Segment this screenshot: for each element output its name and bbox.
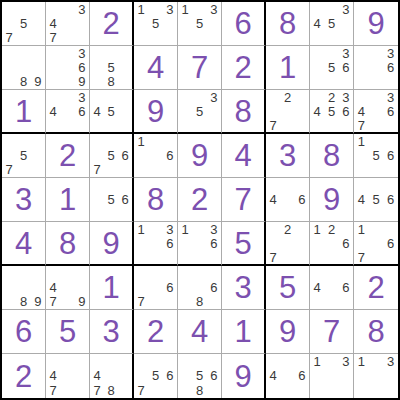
cell-r9c8[interactable]: 13 <box>310 354 354 398</box>
cell-r1c2[interactable]: 347 <box>46 2 90 46</box>
pencil-marks: 3467 <box>354 90 398 132</box>
pencil-mark-3: 3 <box>75 90 89 104</box>
pencil-mark-3 <box>118 354 132 369</box>
pencil-mark-1 <box>46 354 60 369</box>
pencil-mark-2 <box>369 90 384 104</box>
cell-r2c1[interactable]: 89 <box>2 46 46 90</box>
pencil-mark-9: 9 <box>31 295 45 309</box>
solved-digit: 9 <box>234 361 251 392</box>
pencil-mark-8 <box>104 163 118 177</box>
cell-r7c9[interactable]: 2 <box>354 266 398 310</box>
pencil-mark-7 <box>90 75 104 89</box>
solved-digit: 2 <box>367 272 384 303</box>
pencil-mark-6 <box>75 280 89 294</box>
cell-r6c9[interactable]: 167 <box>354 222 398 266</box>
solved-digit: 2 <box>147 316 164 347</box>
pencil-marks: 57 <box>2 2 45 45</box>
pencil-mark-8 <box>148 250 162 264</box>
solved-digit: 9 <box>279 316 296 347</box>
pencil-mark-2: 2 <box>280 222 294 236</box>
solved-digit: 9 <box>323 184 340 215</box>
cell-r4c8[interactable]: 8 <box>310 134 354 178</box>
cell-r6c3[interactable]: 9 <box>90 222 134 266</box>
cell-r2c9[interactable]: 36 <box>354 46 398 90</box>
pencil-mark-2 <box>324 354 338 369</box>
cell-r8c7[interactable]: 9 <box>266 310 310 354</box>
pencil-mark-9 <box>163 383 177 398</box>
pencil-mark-8 <box>280 383 294 398</box>
pencil-mark-7 <box>46 75 60 89</box>
cell-r3c1[interactable]: 1 <box>2 90 46 134</box>
cell-r6c5[interactable]: 136 <box>178 222 222 266</box>
solved-digit: 6 <box>15 316 32 347</box>
cell-r5c2[interactable]: 1 <box>46 178 90 222</box>
pencil-mark-8 <box>324 383 338 398</box>
cell-r3c9[interactable]: 3467 <box>354 90 398 134</box>
pencil-mark-1 <box>266 354 280 369</box>
pencil-mark-4: 4 <box>46 16 60 30</box>
pencil-mark-8 <box>104 207 118 221</box>
cell-r7c6[interactable]: 3 <box>222 266 266 310</box>
pencil-mark-5 <box>369 60 384 74</box>
cell-r2c4[interactable]: 4 <box>134 46 178 90</box>
pencil-mark-3: 3 <box>339 2 353 16</box>
pencil-marks: 167 <box>354 222 398 264</box>
cell-r5c1[interactable]: 3 <box>2 178 46 222</box>
solved-digit: 1 <box>59 184 76 215</box>
pencil-mark-6 <box>207 104 221 118</box>
cell-r9c3[interactable]: 478 <box>90 354 134 398</box>
solved-digit: 6 <box>234 8 251 39</box>
pencil-marks: 47 <box>46 354 89 398</box>
pencil-mark-4 <box>46 60 60 74</box>
pencil-mark-6 <box>339 16 353 30</box>
pencil-mark-2 <box>60 46 74 60</box>
pencil-marks: 46 <box>310 266 353 309</box>
pencil-mark-9 <box>339 295 353 309</box>
pencil-mark-7 <box>178 31 192 45</box>
pencil-mark-8 <box>324 295 338 309</box>
cell-r3c2[interactable]: 346 <box>46 90 90 134</box>
cell-r4c9[interactable]: 156 <box>354 134 398 178</box>
pencil-mark-7: 7 <box>90 383 104 398</box>
pencil-mark-9 <box>295 250 309 264</box>
pencil-mark-9 <box>383 163 398 177</box>
cell-r7c8[interactable]: 46 <box>310 266 354 310</box>
cell-r4c5[interactable]: 9 <box>178 134 222 178</box>
pencil-mark-5: 5 <box>148 369 162 384</box>
pencil-mark-8 <box>16 163 30 177</box>
pencil-marks: 35 <box>178 90 221 132</box>
pencil-mark-2 <box>104 90 118 104</box>
solved-digit: 2 <box>102 8 119 39</box>
pencil-mark-1 <box>178 354 192 369</box>
cell-r3c3[interactable]: 45 <box>90 90 134 134</box>
cell-r7c2[interactable]: 479 <box>46 266 90 310</box>
cell-r5c4[interactable]: 8 <box>134 178 178 222</box>
cell-r3c5[interactable]: 35 <box>178 90 222 134</box>
pencil-mark-1 <box>354 90 369 104</box>
pencil-mark-6: 6 <box>163 236 177 250</box>
pencil-mark-2 <box>148 2 162 16</box>
pencil-mark-1: 1 <box>354 354 369 369</box>
pencil-mark-9: 9 <box>31 75 45 89</box>
cell-r5c3[interactable]: 56 <box>90 178 134 222</box>
pencil-mark-9 <box>295 118 309 132</box>
pencil-mark-2 <box>60 90 74 104</box>
pencil-mark-2 <box>60 266 74 280</box>
pencil-mark-2 <box>16 46 30 60</box>
pencil-mark-7 <box>178 383 192 398</box>
cell-r6c2[interactable]: 8 <box>46 222 90 266</box>
pencil-mark-3 <box>339 266 353 280</box>
pencil-marks: 456 <box>354 178 398 221</box>
pencil-mark-5: 5 <box>104 192 118 206</box>
pencil-mark-7 <box>178 118 192 132</box>
pencil-marks: 67 <box>134 266 177 309</box>
cell-r4c1[interactable]: 57 <box>2 134 46 178</box>
pencil-mark-9 <box>383 207 398 221</box>
pencil-mark-9 <box>31 163 45 177</box>
pencil-mark-9 <box>118 75 132 89</box>
cell-r1c7[interactable]: 8 <box>266 2 310 46</box>
cell-r7c4[interactable]: 67 <box>134 266 178 310</box>
pencil-mark-5 <box>324 369 338 384</box>
cell-r5c6[interactable]: 7 <box>222 178 266 222</box>
pencil-mark-1 <box>266 222 280 236</box>
pencil-mark-8: 8 <box>104 75 118 89</box>
pencil-mark-9 <box>163 250 177 264</box>
pencil-mark-6 <box>163 16 177 30</box>
solved-digit: 9 <box>191 140 208 171</box>
pencil-mark-2 <box>369 354 384 369</box>
pencil-mark-3 <box>339 222 353 236</box>
pencil-mark-6 <box>31 60 45 74</box>
pencil-mark-9 <box>207 31 221 45</box>
pencil-mark-4 <box>354 369 369 384</box>
pencil-mark-4: 4 <box>266 369 280 384</box>
pencil-mark-7 <box>310 31 324 45</box>
cell-r3c7[interactable]: 27 <box>266 90 310 134</box>
pencil-mark-3 <box>295 354 309 369</box>
cell-r2c8[interactable]: 356 <box>310 46 354 90</box>
pencil-mark-4 <box>266 236 280 250</box>
pencil-mark-1 <box>134 266 148 280</box>
pencil-mark-2 <box>148 134 162 148</box>
pencil-mark-6 <box>383 369 398 384</box>
pencil-mark-6 <box>118 104 132 118</box>
pencil-mark-5: 5 <box>192 104 206 118</box>
pencil-mark-9 <box>207 383 221 398</box>
pencil-mark-7 <box>134 163 148 177</box>
pencil-mark-5: 5 <box>369 148 384 162</box>
pencil-mark-2 <box>369 222 384 236</box>
cell-r1c4[interactable]: 135 <box>134 2 178 46</box>
cell-r2c6[interactable]: 2 <box>222 46 266 90</box>
pencil-marks: 567 <box>90 134 132 177</box>
pencil-marks: 136 <box>178 222 221 264</box>
pencil-mark-7 <box>2 295 16 309</box>
cell-r8c5[interactable]: 4 <box>178 310 222 354</box>
cell-r4c3[interactable]: 567 <box>90 134 134 178</box>
pencil-mark-3: 3 <box>207 90 221 104</box>
cell-r9c2[interactable]: 47 <box>46 354 90 398</box>
pencil-mark-5: 5 <box>16 148 30 162</box>
solved-digit: 4 <box>191 316 208 347</box>
cell-r9c6[interactable]: 9 <box>222 354 266 398</box>
pencil-mark-6: 6 <box>295 192 309 206</box>
pencil-mark-7 <box>310 295 324 309</box>
pencil-mark-1: 1 <box>354 222 369 236</box>
pencil-mark-9 <box>383 250 398 264</box>
pencil-mark-3: 3 <box>339 354 353 369</box>
pencil-mark-3 <box>118 46 132 60</box>
pencil-mark-8 <box>280 250 294 264</box>
pencil-mark-7 <box>354 163 369 177</box>
solved-digit: 7 <box>191 52 208 83</box>
pencil-mark-8 <box>60 295 74 309</box>
pencil-mark-4 <box>310 369 324 384</box>
pencil-mark-2 <box>104 354 118 369</box>
pencil-marks: 68 <box>178 266 221 309</box>
cell-r7c1[interactable]: 89 <box>2 266 46 310</box>
pencil-marks: 126 <box>310 222 353 264</box>
pencil-mark-8 <box>324 118 338 132</box>
sudoku-board: 5734721351356834598936958472135636134645… <box>0 0 400 400</box>
cell-r7c3[interactable]: 1 <box>90 266 134 310</box>
cell-r2c5[interactable]: 7 <box>178 46 222 90</box>
pencil-mark-4: 4 <box>354 192 369 206</box>
pencil-mark-6 <box>207 16 221 30</box>
solved-digit: 5 <box>279 272 296 303</box>
pencil-mark-2 <box>324 266 338 280</box>
pencil-mark-5 <box>280 104 294 118</box>
pencil-mark-7 <box>310 118 324 132</box>
pencil-mark-9 <box>339 75 353 89</box>
pencil-mark-8: 8 <box>192 295 206 309</box>
pencil-mark-3: 3 <box>163 222 177 236</box>
pencil-mark-6: 6 <box>295 369 309 384</box>
cell-r1c1[interactable]: 57 <box>2 2 46 46</box>
pencil-mark-7 <box>90 207 104 221</box>
pencil-mark-9 <box>163 31 177 45</box>
pencil-mark-1: 1 <box>354 134 369 148</box>
cell-r3c8[interactable]: 23456 <box>310 90 354 134</box>
pencil-mark-6 <box>75 16 89 30</box>
cell-r8c8[interactable]: 7 <box>310 310 354 354</box>
pencil-mark-2 <box>104 46 118 60</box>
solved-digit: 3 <box>279 140 296 171</box>
cell-r7c5[interactable]: 68 <box>178 266 222 310</box>
solved-digit: 1 <box>234 316 251 347</box>
pencil-mark-5 <box>148 236 162 250</box>
pencil-mark-4: 4 <box>46 369 60 384</box>
pencil-mark-8 <box>280 207 294 221</box>
cell-r8c4[interactable]: 2 <box>134 310 178 354</box>
pencil-mark-8 <box>148 295 162 309</box>
pencil-mark-4 <box>178 236 192 250</box>
pencil-mark-2 <box>60 354 74 369</box>
pencil-mark-2 <box>324 46 338 60</box>
pencil-mark-4 <box>266 104 280 118</box>
cell-r8c1[interactable]: 6 <box>2 310 46 354</box>
pencil-mark-5 <box>60 280 74 294</box>
pencil-mark-7: 7 <box>46 295 60 309</box>
cell-r5c8[interactable]: 9 <box>310 178 354 222</box>
cell-r4c4[interactable]: 16 <box>134 134 178 178</box>
pencil-mark-1 <box>266 178 280 192</box>
cell-r9c9[interactable]: 13 <box>354 354 398 398</box>
pencil-mark-9 <box>75 383 89 398</box>
pencil-mark-8 <box>60 383 74 398</box>
pencil-mark-3: 3 <box>207 222 221 236</box>
cell-r8c6[interactable]: 1 <box>222 310 266 354</box>
pencil-mark-8 <box>16 31 30 45</box>
pencil-mark-8: 8 <box>104 383 118 398</box>
pencil-mark-1 <box>46 266 60 280</box>
pencil-mark-4: 4 <box>310 16 324 30</box>
pencil-marks: 347 <box>46 2 89 45</box>
cell-r9c4[interactable]: 567 <box>134 354 178 398</box>
pencil-mark-7 <box>354 207 369 221</box>
pencil-mark-3 <box>383 134 398 148</box>
pencil-mark-2: 2 <box>280 90 294 104</box>
pencil-mark-6: 6 <box>339 236 353 250</box>
cell-r9c1[interactable]: 2 <box>2 354 46 398</box>
pencil-mark-5: 5 <box>369 192 384 206</box>
pencil-mark-9 <box>383 383 398 398</box>
pencil-mark-9 <box>75 31 89 45</box>
pencil-mark-8 <box>148 163 162 177</box>
pencil-mark-4 <box>354 148 369 162</box>
pencil-mark-4 <box>134 369 148 384</box>
cell-r1c8[interactable]: 345 <box>310 2 354 46</box>
solved-digit: 1 <box>102 272 119 303</box>
cell-r2c3[interactable]: 58 <box>90 46 134 90</box>
pencil-mark-9 <box>339 250 353 264</box>
pencil-mark-4 <box>310 236 324 250</box>
pencil-mark-8 <box>369 383 384 398</box>
pencil-marks: 89 <box>2 46 45 89</box>
cell-r4c2[interactable]: 2 <box>46 134 90 178</box>
pencil-mark-7 <box>310 383 324 398</box>
pencil-mark-1 <box>178 90 192 104</box>
pencil-mark-6 <box>295 236 309 250</box>
solved-digit: 2 <box>59 140 76 171</box>
cell-r6c6[interactable]: 5 <box>222 222 266 266</box>
pencil-mark-6 <box>75 369 89 384</box>
pencil-mark-7: 7 <box>134 383 148 398</box>
pencil-mark-4 <box>178 280 192 294</box>
cell-r1c6[interactable]: 6 <box>222 2 266 46</box>
pencil-mark-3 <box>163 134 177 148</box>
pencil-mark-5 <box>280 192 294 206</box>
pencil-mark-4: 4 <box>90 104 104 118</box>
pencil-mark-8 <box>324 75 338 89</box>
cell-r3c4[interactable]: 9 <box>134 90 178 134</box>
pencil-mark-6 <box>118 60 132 74</box>
pencil-mark-6 <box>31 148 45 162</box>
pencil-mark-6: 6 <box>207 369 221 384</box>
pencil-mark-4 <box>90 192 104 206</box>
pencil-mark-7: 7 <box>2 31 16 45</box>
pencil-mark-9 <box>118 163 132 177</box>
cell-r4c7[interactable]: 3 <box>266 134 310 178</box>
pencil-mark-5 <box>369 104 384 118</box>
cell-r6c4[interactable]: 136 <box>134 222 178 266</box>
pencil-mark-6: 6 <box>383 104 398 118</box>
pencil-mark-8 <box>60 75 74 89</box>
pencil-mark-1 <box>46 2 60 16</box>
pencil-mark-5: 5 <box>324 16 338 30</box>
pencil-marks: 56 <box>90 178 132 221</box>
pencil-mark-9 <box>383 118 398 132</box>
pencil-mark-4: 4 <box>90 369 104 384</box>
pencil-mark-3: 3 <box>163 2 177 16</box>
cell-r1c3[interactable]: 2 <box>90 2 134 46</box>
cell-r6c7[interactable]: 27 <box>266 222 310 266</box>
pencil-mark-7: 7 <box>354 118 369 132</box>
cell-r8c3[interactable]: 3 <box>90 310 134 354</box>
pencil-mark-4: 4 <box>310 104 324 118</box>
cell-r4c6[interactable]: 4 <box>222 134 266 178</box>
cell-r7c7[interactable]: 5 <box>266 266 310 310</box>
pencil-mark-2 <box>16 2 30 16</box>
solved-digit: 3 <box>234 272 251 303</box>
pencil-marks: 45 <box>90 90 132 132</box>
cell-r5c7[interactable]: 46 <box>266 178 310 222</box>
cell-r9c5[interactable]: 568 <box>178 354 222 398</box>
cell-r2c7[interactable]: 1 <box>266 46 310 90</box>
pencil-mark-9 <box>295 207 309 221</box>
cell-r8c9[interactable]: 8 <box>354 310 398 354</box>
pencil-marks: 346 <box>46 90 89 132</box>
cell-r5c5[interactable]: 2 <box>178 178 222 222</box>
cell-r1c5[interactable]: 135 <box>178 2 222 46</box>
pencil-mark-4 <box>178 104 192 118</box>
cell-r1c9[interactable]: 9 <box>354 2 398 46</box>
cell-r9c7[interactable]: 46 <box>266 354 310 398</box>
cell-r6c1[interactable]: 4 <box>2 222 46 266</box>
solved-digit: 9 <box>102 228 119 259</box>
pencil-mark-2 <box>192 2 206 16</box>
solved-digit: 2 <box>15 361 32 392</box>
pencil-mark-4 <box>2 148 16 162</box>
pencil-mark-8 <box>104 118 118 132</box>
pencil-marks: 46 <box>266 354 309 398</box>
pencil-mark-6 <box>118 369 132 384</box>
pencil-mark-4 <box>2 16 16 30</box>
pencil-mark-7 <box>46 118 60 132</box>
pencil-mark-3: 3 <box>383 90 398 104</box>
pencil-mark-7: 7 <box>266 118 280 132</box>
cell-r8c2[interactable]: 5 <box>46 310 90 354</box>
pencil-mark-2 <box>280 178 294 192</box>
pencil-mark-1 <box>266 90 280 104</box>
pencil-mark-3 <box>31 2 45 16</box>
cell-r6c8[interactable]: 126 <box>310 222 354 266</box>
cell-r2c2[interactable]: 369 <box>46 46 90 90</box>
solved-digit: 3 <box>102 316 119 347</box>
solved-digit: 9 <box>147 96 164 127</box>
pencil-mark-1 <box>46 46 60 60</box>
cell-r3c6[interactable]: 8 <box>222 90 266 134</box>
solved-digit: 4 <box>234 140 251 171</box>
pencil-mark-7 <box>354 383 369 398</box>
cell-r5c9[interactable]: 456 <box>354 178 398 222</box>
pencil-mark-3 <box>31 134 45 148</box>
pencil-marks: 369 <box>46 46 89 89</box>
